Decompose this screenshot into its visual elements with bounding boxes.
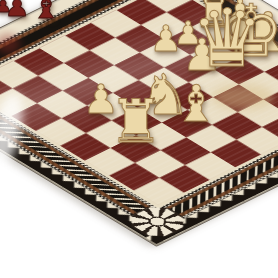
photo-background: ♟♟♝♟♜♟♟♝♚♟♛♟♞♝♜: [0, 0, 278, 278]
white-bishop-piece: ♝: [174, 79, 219, 129]
pieces-layer: ♟♟♝♟♜♟♟♝♚♟♛♟♞♝♜: [0, 0, 278, 278]
white-pawn-piece: ♟: [150, 21, 182, 57]
red-bishop-piece: ♝: [32, 0, 61, 23]
white-rook-piece: ♜: [109, 91, 163, 151]
white-queen-piece: ♛: [191, 0, 263, 79]
red-pawn-piece: ♟: [4, 0, 29, 21]
